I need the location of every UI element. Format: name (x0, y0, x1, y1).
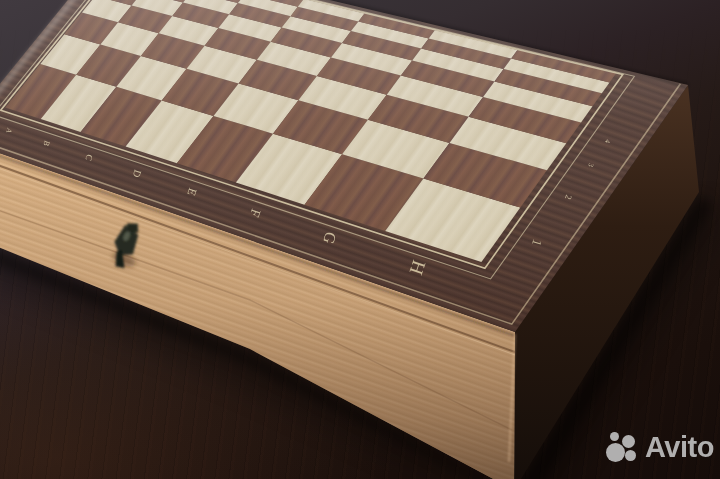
avito-logo-circle (610, 432, 619, 441)
chess-box-photo: ABCDEFGH1234 (0, 0, 720, 479)
avito-logo-icon (606, 432, 637, 463)
photo-scene: ABCDEFGH1234 Avito (0, 0, 720, 479)
avito-logo-circle (625, 450, 636, 461)
avito-logo-circle (622, 435, 635, 448)
avito-watermark: Avito (606, 432, 714, 463)
avito-logo-circle (606, 443, 625, 462)
avito-watermark-text: Avito (645, 432, 714, 463)
